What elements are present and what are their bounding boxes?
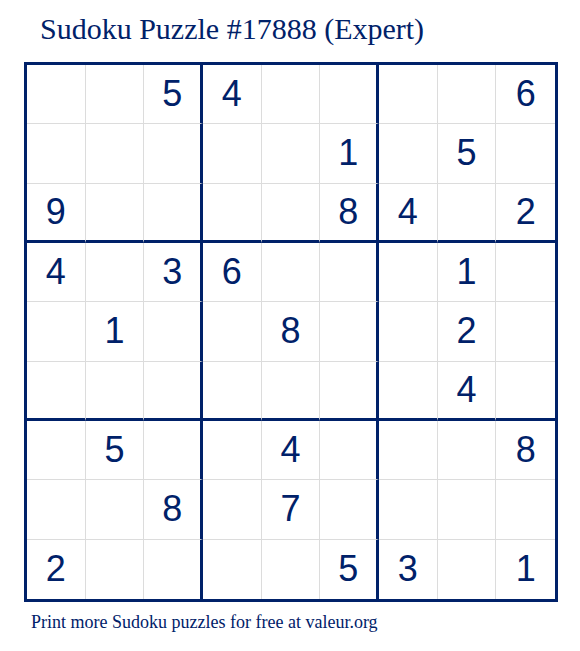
cell-r1c2	[86, 65, 145, 124]
cell-r6c7	[379, 362, 438, 421]
cell-r5c7	[379, 302, 438, 361]
cell-r1c6	[320, 65, 379, 124]
cell-r7c8	[438, 421, 497, 480]
cell-r3c4	[203, 184, 262, 243]
cell-r2c3	[144, 124, 203, 183]
cell-r9c6: 5	[320, 540, 379, 599]
cell-r5c6	[320, 302, 379, 361]
cell-r9c8	[438, 540, 497, 599]
cell-r4c1: 4	[27, 243, 86, 302]
cell-r8c6	[320, 480, 379, 539]
cell-r7c9: 8	[496, 421, 555, 480]
cell-r1c4: 4	[203, 65, 262, 124]
cell-r4c3: 3	[144, 243, 203, 302]
cell-r8c3: 8	[144, 480, 203, 539]
cell-r8c2	[86, 480, 145, 539]
cell-r1c7	[379, 65, 438, 124]
cell-r2c1	[27, 124, 86, 183]
cell-r6c6	[320, 362, 379, 421]
cell-r4c7	[379, 243, 438, 302]
cell-r3c5	[262, 184, 321, 243]
cell-r6c1	[27, 362, 86, 421]
cell-r6c3	[144, 362, 203, 421]
cell-r6c9	[496, 362, 555, 421]
cell-r2c8: 5	[438, 124, 497, 183]
cell-r4c2	[86, 243, 145, 302]
cell-r6c4	[203, 362, 262, 421]
cell-r7c1	[27, 421, 86, 480]
cell-r9c9: 1	[496, 540, 555, 599]
cell-r8c1	[27, 480, 86, 539]
cell-r1c8	[438, 65, 497, 124]
cell-r2c2	[86, 124, 145, 183]
cell-r3c8	[438, 184, 497, 243]
cell-r8c4	[203, 480, 262, 539]
cell-r3c6: 8	[320, 184, 379, 243]
cell-r2c5	[262, 124, 321, 183]
cell-r2c7	[379, 124, 438, 183]
cell-r3c9: 2	[496, 184, 555, 243]
cell-r5c5: 8	[262, 302, 321, 361]
cell-r3c2	[86, 184, 145, 243]
cell-r5c3	[144, 302, 203, 361]
cell-r4c6	[320, 243, 379, 302]
cell-r3c1: 9	[27, 184, 86, 243]
cell-r3c7: 4	[379, 184, 438, 243]
cell-r9c3	[144, 540, 203, 599]
cell-r5c9	[496, 302, 555, 361]
cell-r4c4: 6	[203, 243, 262, 302]
cell-r9c7: 3	[379, 540, 438, 599]
cell-r3c3	[144, 184, 203, 243]
cell-r7c3	[144, 421, 203, 480]
cell-r9c1: 2	[27, 540, 86, 599]
page-title: Sudoku Puzzle #17888 (Expert)	[40, 12, 424, 46]
cell-r9c5	[262, 540, 321, 599]
cell-r7c6	[320, 421, 379, 480]
cell-r7c4	[203, 421, 262, 480]
cell-r8c9	[496, 480, 555, 539]
cell-r2c6: 1	[320, 124, 379, 183]
cell-r7c5: 4	[262, 421, 321, 480]
cell-r7c7	[379, 421, 438, 480]
cell-r9c2	[86, 540, 145, 599]
cell-r1c1	[27, 65, 86, 124]
cell-r6c5	[262, 362, 321, 421]
cell-r2c9	[496, 124, 555, 183]
cell-r6c2	[86, 362, 145, 421]
sudoku-board: 54615984243611824548872531	[24, 62, 558, 602]
cell-r1c3: 5	[144, 65, 203, 124]
cell-r2c4	[203, 124, 262, 183]
cell-r7c2: 5	[86, 421, 145, 480]
cell-r4c8: 1	[438, 243, 497, 302]
cell-r6c8: 4	[438, 362, 497, 421]
cell-r8c5: 7	[262, 480, 321, 539]
cell-r8c8	[438, 480, 497, 539]
footer-text: Print more Sudoku puzzles for free at va…	[31, 612, 378, 633]
cell-r5c8: 2	[438, 302, 497, 361]
cell-r5c4	[203, 302, 262, 361]
cell-r1c9: 6	[496, 65, 555, 124]
cell-r1c5	[262, 65, 321, 124]
cell-r5c2: 1	[86, 302, 145, 361]
cell-r9c4	[203, 540, 262, 599]
cell-r4c9	[496, 243, 555, 302]
cell-r5c1	[27, 302, 86, 361]
cell-r4c5	[262, 243, 321, 302]
cell-r8c7	[379, 480, 438, 539]
